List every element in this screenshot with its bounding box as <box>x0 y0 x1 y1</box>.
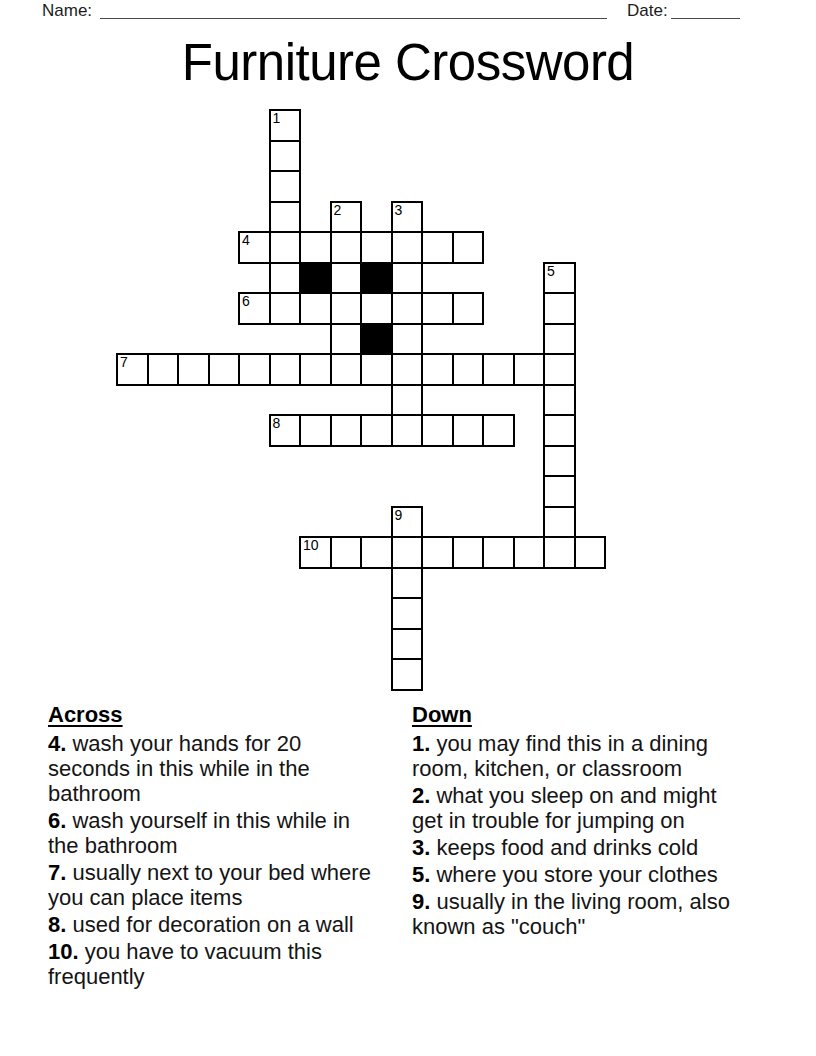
clue-down-2: 2. what you sleep on and might get in tr… <box>412 783 742 833</box>
clue-number-10: 10 <box>303 538 319 553</box>
cell-5-7[interactable] <box>330 262 363 295</box>
cell-8-6[interactable] <box>299 353 332 386</box>
clue-number-3: 3 <box>395 203 403 218</box>
across-heading: Across <box>48 702 382 728</box>
cell-14-9[interactable] <box>391 536 424 569</box>
cell-0-5[interactable]: 1 <box>269 109 302 142</box>
cell-10-12[interactable] <box>482 414 515 447</box>
clue-number-1: 1 <box>273 111 281 126</box>
cell-8-7[interactable] <box>330 353 363 386</box>
cell-14-10[interactable] <box>421 536 454 569</box>
down-clues: Down 1. you may find this in a dining ro… <box>412 702 742 941</box>
clue-down-9: 9. usually in the living room, also know… <box>412 889 742 939</box>
cell-4-10[interactable] <box>421 231 454 264</box>
cell-8-10[interactable] <box>421 353 454 386</box>
down-clue-list: 1. you may find this in a dining room, k… <box>412 731 742 939</box>
cell-7-7[interactable] <box>330 323 363 356</box>
cell-8-12[interactable] <box>482 353 515 386</box>
cell-12-14[interactable] <box>543 475 576 508</box>
clue-down-3-number: 3. <box>412 835 430 860</box>
cell-8-2[interactable] <box>177 353 210 386</box>
cell-15-9[interactable] <box>391 567 424 600</box>
cell-6-10[interactable] <box>421 292 454 325</box>
cell-6-8[interactable] <box>360 292 393 325</box>
clue-across-7-number: 7. <box>48 860 66 885</box>
cell-14-8[interactable] <box>360 536 393 569</box>
clue-number-2: 2 <box>334 203 342 218</box>
clue-across-8: 8. used for decoration on a wall <box>48 912 382 937</box>
cell-3-7[interactable]: 2 <box>330 201 363 234</box>
cell-3-5[interactable] <box>269 201 302 234</box>
cell-4-11[interactable] <box>452 231 485 264</box>
clue-across-4: 4. wash your hands for 20 seconds in thi… <box>48 731 382 806</box>
cell-8-3[interactable] <box>208 353 241 386</box>
crossword-worksheet: Name: Date: Furniture Crossword 12345678… <box>0 0 816 1056</box>
clue-across-4-number: 4. <box>48 731 66 756</box>
cell-9-14[interactable] <box>543 384 576 417</box>
clue-number-8: 8 <box>273 416 281 431</box>
clue-number-4: 4 <box>242 233 250 248</box>
clue-across-7: 7. usually next to your bed where you ca… <box>48 860 382 910</box>
cell-16-9[interactable] <box>391 597 424 630</box>
cell-10-10[interactable] <box>421 414 454 447</box>
cell-10-8[interactable] <box>360 414 393 447</box>
black-cell-7-8 <box>360 323 393 356</box>
clue-down-5-number: 5. <box>412 862 430 887</box>
page-title: Furniture Crossword <box>0 33 816 93</box>
cell-10-6[interactable] <box>299 414 332 447</box>
down-heading: Down <box>412 702 742 728</box>
clue-number-5: 5 <box>547 264 555 279</box>
cell-8-11[interactable] <box>452 353 485 386</box>
cell-8-8[interactable] <box>360 353 393 386</box>
cell-6-4[interactable]: 6 <box>238 292 271 325</box>
cell-4-7[interactable] <box>330 231 363 264</box>
cell-6-14[interactable] <box>543 292 576 325</box>
black-cell-5-8 <box>360 262 393 295</box>
cell-7-9[interactable] <box>391 323 424 356</box>
clue-across-6-number: 6. <box>48 808 66 833</box>
cell-4-5[interactable] <box>269 231 302 264</box>
cell-6-11[interactable] <box>452 292 485 325</box>
cell-10-11[interactable] <box>452 414 485 447</box>
cell-8-9[interactable] <box>391 353 424 386</box>
cell-4-9[interactable] <box>391 231 424 264</box>
cell-8-13[interactable] <box>513 353 546 386</box>
cell-18-9[interactable] <box>391 658 424 691</box>
cell-8-0[interactable]: 7 <box>116 353 149 386</box>
clue-number-9: 9 <box>395 508 403 523</box>
clue-down-2-number: 2. <box>412 783 430 808</box>
cell-8-5[interactable] <box>269 353 302 386</box>
cell-13-9[interactable]: 9 <box>391 506 424 539</box>
cell-10-14[interactable] <box>543 414 576 447</box>
crossword-grid: 12345678910 <box>117 110 606 690</box>
name-input-line[interactable] <box>100 0 607 19</box>
cell-2-5[interactable] <box>269 170 302 203</box>
cell-5-9[interactable] <box>391 262 424 295</box>
clue-across-10-number: 10. <box>48 939 79 964</box>
clue-down-5: 5. where you store your clothes <box>412 862 742 887</box>
cell-11-14[interactable] <box>543 445 576 478</box>
name-label: Name: <box>42 1 92 21</box>
cell-6-5[interactable] <box>269 292 302 325</box>
clue-across-10: 10. you have to vacuum this frequently <box>48 939 382 989</box>
clue-down-1-number: 1. <box>412 731 430 756</box>
clue-down-9-number: 9. <box>412 889 430 914</box>
clue-number-7: 7 <box>120 355 128 370</box>
cell-4-4[interactable]: 4 <box>238 231 271 264</box>
clue-across-8-number: 8. <box>48 912 66 937</box>
cell-14-12[interactable] <box>482 536 515 569</box>
cell-6-7[interactable] <box>330 292 363 325</box>
across-clue-list: 4. wash your hands for 20 seconds in thi… <box>48 731 382 989</box>
cell-5-5[interactable] <box>269 262 302 295</box>
cell-6-9[interactable] <box>391 292 424 325</box>
cell-14-13[interactable] <box>513 536 546 569</box>
cell-10-9[interactable] <box>391 414 424 447</box>
cell-9-9[interactable] <box>391 384 424 417</box>
across-clues: Across 4. wash your hands for 20 seconds… <box>48 702 382 991</box>
cell-14-7[interactable] <box>330 536 363 569</box>
clue-across-6: 6. wash yourself in this while in the ba… <box>48 808 382 858</box>
date-input-line[interactable] <box>671 0 740 19</box>
cell-14-11[interactable] <box>452 536 485 569</box>
cell-14-15[interactable] <box>574 536 607 569</box>
cell-6-6[interactable] <box>299 292 332 325</box>
cell-1-5[interactable] <box>269 140 302 173</box>
cell-14-14[interactable] <box>543 536 576 569</box>
date-label: Date: <box>627 1 668 21</box>
clue-number-6: 6 <box>242 294 250 309</box>
cell-10-5[interactable]: 8 <box>269 414 302 447</box>
cell-7-14[interactable] <box>543 323 576 356</box>
cell-8-4[interactable] <box>238 353 271 386</box>
black-cell-5-6 <box>299 262 332 295</box>
cell-10-7[interactable] <box>330 414 363 447</box>
cell-13-14[interactable] <box>543 506 576 539</box>
cell-4-6[interactable] <box>299 231 332 264</box>
cell-4-8[interactable] <box>360 231 393 264</box>
cell-8-1[interactable] <box>147 353 180 386</box>
cell-17-9[interactable] <box>391 628 424 661</box>
cell-5-14[interactable]: 5 <box>543 262 576 295</box>
clue-down-3: 3. keeps food and drinks cold <box>412 835 742 860</box>
clue-down-1: 1. you may find this in a dining room, k… <box>412 731 742 781</box>
cell-3-9[interactable]: 3 <box>391 201 424 234</box>
cell-8-14[interactable] <box>543 353 576 386</box>
cell-14-6[interactable]: 10 <box>299 536 332 569</box>
